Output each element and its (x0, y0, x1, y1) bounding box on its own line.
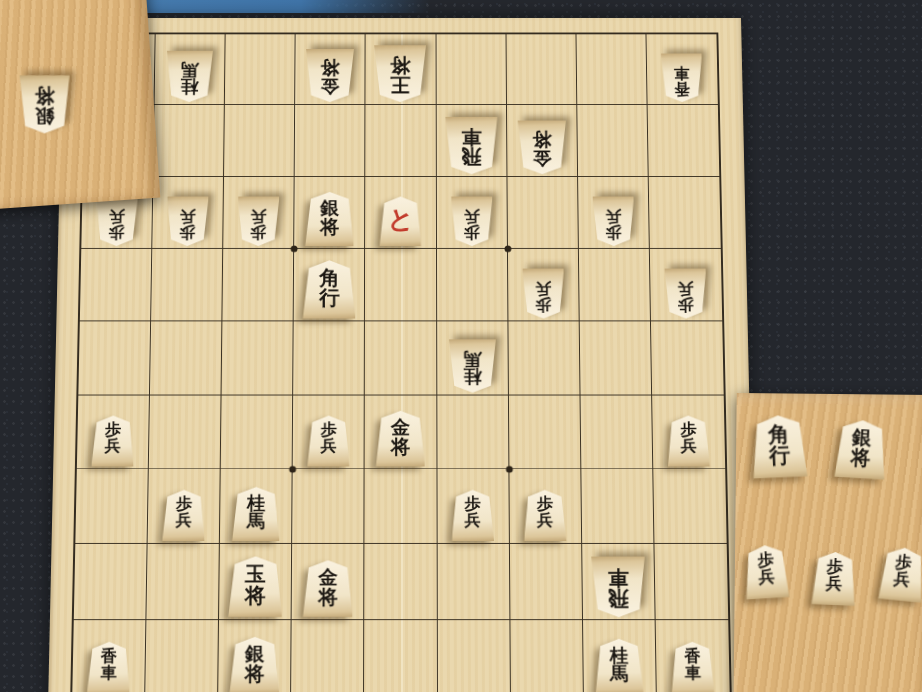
piece-sente-king[interactable]: 玉将 (228, 556, 282, 617)
piece-face: 歩兵 (451, 197, 493, 247)
cell-f6-r7[interactable] (292, 469, 365, 544)
piece-face: 角行 (751, 414, 808, 478)
cell-f1-r1[interactable]: 香車 (646, 34, 718, 105)
piece-gote-rook[interactable]: 飛車 (445, 117, 497, 174)
piece-face: 桂馬 (232, 487, 280, 541)
piece-face: 角行 (303, 260, 356, 318)
cell-f8-r5[interactable] (150, 322, 223, 395)
cell-f9-r9[interactable]: 香車 (72, 620, 146, 692)
cell-f9-r4[interactable] (80, 249, 153, 322)
cell-f4-r7[interactable]: 歩兵 (437, 469, 510, 544)
piece-sente-silver[interactable]: 銀将 (834, 419, 888, 480)
cell-f8-r1[interactable]: 桂馬 (155, 34, 226, 105)
cell-f4-r9[interactable] (437, 620, 510, 692)
hoshi-point (506, 466, 513, 473)
piece-face: 歩兵 (524, 490, 567, 541)
cell-f2-r9[interactable]: 桂馬 (583, 620, 657, 692)
piece-sente-pawn[interactable]: 歩兵 (307, 416, 350, 467)
cell-f7-r7[interactable]: 桂馬 (220, 469, 293, 544)
board-grid: 香車桂馬金将王将香車飛車金将歩兵歩兵歩兵銀将と歩兵歩兵角行歩兵歩兵桂馬歩兵歩兵金… (70, 33, 732, 692)
cell-f4-r8[interactable] (437, 544, 510, 620)
cell-f7-r5[interactable] (222, 322, 294, 395)
cell-f2-r1[interactable] (576, 34, 647, 105)
piece-face: 銀将 (20, 75, 70, 133)
cell-f1-r3[interactable] (649, 177, 721, 249)
cell-f5-r4[interactable] (365, 249, 436, 322)
piece-sente-pawn[interactable]: 歩兵 (667, 416, 710, 467)
cell-f4-r5[interactable]: 桂馬 (437, 322, 509, 395)
piece-face: 歩兵 (812, 551, 857, 606)
piece-sente-silver[interactable]: 銀将 (229, 637, 279, 692)
piece-face: 金将 (517, 120, 566, 174)
cell-f3-r2[interactable]: 金将 (507, 105, 578, 177)
cell-f6-r2[interactable] (295, 105, 366, 177)
cell-f5-r7[interactable] (365, 469, 437, 544)
piece-sente-gold[interactable]: 金将 (376, 411, 425, 467)
piece-face: 玉将 (228, 556, 282, 617)
cell-f5-r6[interactable]: 金将 (365, 395, 437, 469)
piece-gote-pawn[interactable]: 歩兵 (238, 197, 280, 247)
cell-f8-r4[interactable] (151, 249, 223, 322)
cell-f4-r1[interactable] (436, 34, 507, 105)
piece-face: 桂馬 (595, 639, 644, 692)
piece-sente-lance[interactable]: 香車 (671, 642, 715, 692)
piece-face: 銀将 (834, 419, 888, 480)
cell-f6-r6[interactable]: 歩兵 (293, 395, 365, 469)
hoshi-point (291, 246, 298, 253)
cell-f4-r6[interactable] (437, 395, 509, 469)
piece-face: 金将 (306, 49, 354, 102)
piece-sente-tokin[interactable]: と (380, 197, 422, 247)
piece-face: 桂馬 (449, 339, 496, 392)
piece-sente-bishop[interactable]: 角行 (303, 260, 356, 318)
cell-f4-r2[interactable]: 飛車 (436, 105, 507, 177)
cell-f9-r6[interactable]: 歩兵 (77, 395, 150, 469)
piece-sente-bishop[interactable]: 角行 (751, 414, 808, 478)
cell-f7-r1[interactable] (225, 34, 296, 105)
piece-face: 歩兵 (522, 269, 564, 319)
cell-f1-r6[interactable]: 歩兵 (652, 395, 725, 469)
piece-sente-pawn[interactable]: 歩兵 (878, 546, 922, 603)
cell-f7-r3[interactable]: 歩兵 (223, 177, 295, 249)
komadai-sente: 角行銀将歩兵歩兵歩兵 (733, 393, 922, 692)
piece-face: 飛車 (445, 117, 497, 174)
piece-face: 金将 (376, 411, 425, 467)
cell-f3-r5[interactable] (508, 322, 580, 395)
piece-face: 歩兵 (307, 416, 350, 467)
piece-gote-gold[interactable]: 金将 (517, 120, 566, 174)
cell-f5-r8[interactable] (365, 544, 438, 620)
cell-f3-r4[interactable]: 歩兵 (508, 249, 580, 322)
piece-gote-pawn[interactable]: 歩兵 (95, 197, 138, 247)
cell-f8-r8[interactable] (147, 544, 221, 620)
piece-face: 歩兵 (91, 416, 134, 467)
cell-f4-r3[interactable]: 歩兵 (436, 177, 507, 249)
cell-f9-r8[interactable] (74, 544, 148, 620)
cell-f3-r1[interactable] (506, 34, 577, 105)
piece-gote-pawn[interactable]: 歩兵 (451, 197, 493, 247)
cell-f4-r4[interactable] (437, 249, 509, 322)
cell-f8-r7[interactable]: 歩兵 (148, 469, 221, 544)
cell-f6-r4[interactable]: 角行 (294, 249, 366, 322)
piece-gote-silver[interactable]: 銀将 (20, 75, 70, 133)
piece-face: 歩兵 (167, 197, 209, 247)
piece-face: 桂馬 (166, 51, 213, 102)
piece-gote-knight[interactable]: 桂馬 (449, 339, 496, 392)
cell-f9-r5[interactable] (78, 322, 151, 395)
cell-f5-r9[interactable] (364, 620, 437, 692)
piece-face: 飛車 (591, 556, 645, 617)
cell-f6-r8[interactable]: 金将 (292, 544, 365, 620)
cell-f2-r6[interactable] (580, 395, 653, 469)
cell-f9-r7[interactable] (75, 469, 149, 544)
piece-face: と (380, 197, 422, 247)
cell-f3-r8[interactable] (510, 544, 583, 620)
cell-f8-r2[interactable] (153, 105, 225, 177)
cell-f3-r7[interactable]: 歩兵 (509, 469, 582, 544)
cell-f2-r4[interactable] (579, 249, 651, 322)
piece-sente-pawn[interactable]: 歩兵 (91, 416, 134, 467)
cell-f5-r5[interactable] (365, 322, 437, 395)
piece-sente-pawn[interactable]: 歩兵 (162, 490, 205, 541)
piece-face: 歩兵 (667, 416, 710, 467)
piece-sente-lance[interactable]: 香車 (87, 642, 131, 692)
cell-f5-r3[interactable]: と (365, 177, 436, 249)
cell-f2-r5[interactable] (579, 322, 652, 395)
hoshi-point (504, 246, 511, 253)
cell-f7-r9[interactable]: 銀将 (218, 620, 292, 692)
cell-f8-r6[interactable] (149, 395, 222, 469)
cell-f8-r3[interactable]: 歩兵 (152, 177, 224, 249)
cell-f7-r8[interactable]: 玉将 (219, 544, 292, 620)
piece-face: 歩兵 (238, 197, 280, 247)
cell-f6-r3[interactable]: 銀将 (294, 177, 365, 249)
cell-f1-r7[interactable] (653, 469, 727, 544)
piece-face: 歩兵 (878, 546, 922, 603)
cell-f2-r3[interactable]: 歩兵 (578, 177, 650, 249)
cell-f8-r9[interactable] (145, 620, 219, 692)
cell-f2-r2[interactable] (577, 105, 649, 177)
piece-face: 銀将 (305, 192, 354, 246)
piece-face: 銀将 (229, 637, 279, 692)
cell-f6-r9[interactable] (291, 620, 364, 692)
piece-gote-rook[interactable]: 飛車 (591, 556, 645, 617)
cell-f2-r7[interactable] (581, 469, 654, 544)
cell-f5-r1[interactable]: 王将 (366, 34, 436, 105)
piece-face: 金将 (303, 560, 353, 617)
cell-f1-r9[interactable]: 香車 (655, 620, 729, 692)
cell-f3-r6[interactable] (509, 395, 582, 469)
piece-sente-pawn[interactable]: 歩兵 (524, 490, 567, 541)
cell-f1-r4[interactable]: 歩兵 (650, 249, 723, 322)
piece-gote-king[interactable]: 王将 (375, 46, 427, 103)
piece-face: 歩兵 (665, 269, 708, 319)
cell-f3-r3[interactable] (507, 177, 579, 249)
piece-face: 歩兵 (592, 197, 634, 247)
shogi-photo: { "game": "shogi", "position": { "sfen":… (0, 0, 922, 692)
piece-gote-pawn[interactable]: 歩兵 (522, 269, 564, 319)
piece-sente-pawn[interactable]: 歩兵 (451, 490, 494, 541)
piece-gote-knight[interactable]: 桂馬 (166, 51, 213, 102)
piece-sente-pawn[interactable]: 歩兵 (743, 544, 789, 599)
cell-f1-r8[interactable] (654, 544, 728, 620)
piece-face: 歩兵 (162, 490, 205, 541)
cell-f6-r5[interactable] (293, 322, 365, 395)
piece-sente-knight[interactable]: 桂馬 (232, 487, 280, 541)
piece-sente-gold[interactable]: 金将 (303, 560, 353, 617)
cell-f1-r2[interactable] (647, 105, 719, 177)
hoshi-point (289, 466, 296, 473)
cell-f1-r5[interactable] (651, 322, 724, 395)
piece-gote-pawn[interactable]: 歩兵 (665, 269, 708, 319)
komadai-gote: 銀将 (0, 0, 160, 210)
piece-sente-knight[interactable]: 桂馬 (595, 639, 644, 692)
cell-f3-r9[interactable] (510, 620, 584, 692)
piece-face: 歩兵 (451, 490, 494, 541)
cell-f2-r8[interactable]: 飛車 (582, 544, 656, 620)
piece-sente-silver[interactable]: 銀将 (305, 192, 354, 246)
cell-f5-r2[interactable] (366, 105, 437, 177)
cell-f6-r1[interactable]: 金将 (295, 34, 366, 105)
piece-face: 香車 (661, 54, 703, 103)
piece-gote-gold[interactable]: 金将 (306, 49, 354, 102)
cell-f7-r2[interactable] (224, 105, 295, 177)
cell-f7-r4[interactable] (223, 249, 295, 322)
piece-face: 王将 (375, 46, 427, 103)
cell-f7-r6[interactable] (221, 395, 294, 469)
piece-face: 香車 (671, 642, 715, 692)
piece-gote-pawn[interactable]: 歩兵 (592, 197, 634, 247)
piece-sente-pawn[interactable]: 歩兵 (812, 551, 857, 606)
piece-face: 歩兵 (743, 544, 789, 599)
piece-gote-pawn[interactable]: 歩兵 (167, 197, 209, 247)
piece-face: 歩兵 (95, 197, 138, 247)
piece-face: 香車 (87, 642, 131, 692)
piece-gote-lance[interactable]: 香車 (661, 54, 703, 103)
